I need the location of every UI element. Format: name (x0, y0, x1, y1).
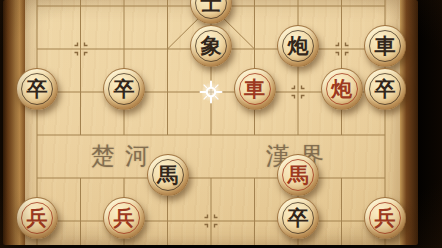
piece-glyph: 卒 (288, 207, 309, 228)
piece-black-cannon-g3[interactable]: 炮 (277, 25, 319, 67)
piece-black-horse-d6[interactable]: 馬 (147, 154, 189, 196)
piece-red-chariot-f4[interactable]: 車 (234, 68, 276, 110)
piece-glyph: 卒 (27, 78, 48, 99)
piece-glyph: 士 (201, 0, 222, 13)
piece-glyph: 兵 (114, 207, 135, 228)
piece-glyph: 炮 (331, 78, 352, 99)
piece-glyph: 兵 (375, 207, 396, 228)
piece-red-soldier-i7[interactable]: 兵 (364, 197, 406, 239)
piece-red-soldier-a7[interactable]: 兵 (16, 197, 58, 239)
piece-glyph: 馬 (288, 164, 309, 185)
piece-black-elephant-e3[interactable]: 象 (190, 25, 232, 67)
piece-glyph: 兵 (27, 207, 48, 228)
piece-glyph: 卒 (375, 78, 396, 99)
piece-black-soldier-a4[interactable]: 卒 (16, 68, 58, 110)
piece-glyph: 炮 (288, 35, 309, 56)
piece-black-chariot-i3[interactable]: 車 (364, 25, 406, 67)
piece-glyph: 車 (375, 35, 396, 56)
piece-black-soldier-g7[interactable]: 卒 (277, 197, 319, 239)
piece-glyph: 車 (244, 78, 265, 99)
piece-glyph: 馬 (157, 164, 178, 185)
piece-glyph: 象 (201, 35, 222, 56)
xiangqi-game-screenshot: 楚河 漢界 士象炮車卒卒車炮卒馬馬兵兵卒兵 (0, 0, 442, 248)
piece-red-soldier-c7[interactable]: 兵 (103, 197, 145, 239)
piece-black-soldier-i4[interactable]: 卒 (364, 68, 406, 110)
piece-black-soldier-c4[interactable]: 卒 (103, 68, 145, 110)
piece-red-horse-g6[interactable]: 馬 (277, 154, 319, 196)
board-surface[interactable]: 楚河 漢界 士象炮車卒卒車炮卒馬馬兵兵卒兵 (25, 0, 400, 245)
piece-glyph: 卒 (114, 78, 135, 99)
piece-red-cannon-h4[interactable]: 炮 (321, 68, 363, 110)
